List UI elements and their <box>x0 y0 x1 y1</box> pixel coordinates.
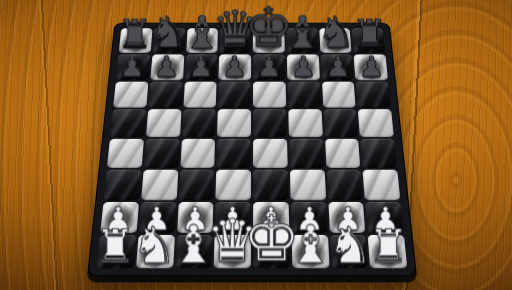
square-f3[interactable] <box>290 170 326 200</box>
square-d5[interactable] <box>217 109 251 137</box>
square-b6[interactable] <box>148 81 182 108</box>
black-rook-a8[interactable]: ♜ <box>109 17 159 53</box>
square-f6[interactable] <box>287 81 321 108</box>
square-b3[interactable] <box>141 170 178 200</box>
square-c5[interactable] <box>182 109 216 137</box>
square-d4[interactable] <box>217 139 251 168</box>
square-d6[interactable] <box>218 81 251 108</box>
square-b4[interactable] <box>143 139 179 168</box>
square-h7[interactable]: ♟ <box>354 54 388 79</box>
wood-table-background: ♜♞♝♛♚♝♞♜♟♟♟♟♟♟♟♟♟♟♟♟♟♟♟♟♜♞♝♛♚♝♞♜ <box>0 0 512 290</box>
square-f5[interactable] <box>288 109 322 137</box>
white-knight-g1[interactable]: ♞ <box>320 222 379 268</box>
square-g5[interactable] <box>323 109 358 137</box>
square-a6[interactable] <box>113 81 148 108</box>
square-g6[interactable] <box>322 81 356 108</box>
square-c6[interactable] <box>183 81 217 108</box>
square-d3[interactable] <box>216 170 251 200</box>
square-e4[interactable] <box>253 139 287 168</box>
black-rook-h8[interactable]: ♜ <box>344 17 394 53</box>
square-e6[interactable] <box>253 81 286 108</box>
square-b5[interactable] <box>146 109 181 137</box>
square-e1[interactable]: ♚ <box>253 235 290 268</box>
white-knight-b1[interactable]: ♞ <box>125 222 184 268</box>
square-h5[interactable] <box>358 109 394 137</box>
square-h6[interactable] <box>356 81 391 108</box>
square-h3[interactable] <box>363 170 401 200</box>
square-g3[interactable] <box>326 170 363 200</box>
square-a4[interactable] <box>107 139 144 168</box>
square-e5[interactable] <box>253 109 287 137</box>
board-scene: ♜♞♝♛♚♝♞♜♟♟♟♟♟♟♟♟♟♟♟♟♟♟♟♟♜♞♝♛♚♝♞♜ <box>102 0 402 288</box>
square-g4[interactable] <box>325 139 361 168</box>
square-a5[interactable] <box>110 109 146 137</box>
black-bishop-f8[interactable]: ♝ <box>277 11 327 52</box>
square-g1[interactable]: ♞ <box>330 235 369 268</box>
square-c3[interactable] <box>178 170 214 200</box>
square-a3[interactable] <box>104 170 142 200</box>
black-bishop-c8[interactable]: ♝ <box>176 11 226 52</box>
white-king-e1[interactable]: ♚ <box>242 210 301 268</box>
chess-board: ♜♞♝♛♚♝♞♜♟♟♟♟♟♟♟♟♟♟♟♟♟♟♟♟♜♞♝♛♚♝♞♜ <box>87 23 417 277</box>
square-e3[interactable] <box>253 170 288 200</box>
black-pawn-h7[interactable]: ♟ <box>346 53 397 79</box>
square-c4[interactable] <box>180 139 215 168</box>
square-b1[interactable]: ♞ <box>136 235 175 268</box>
square-h4[interactable] <box>360 139 397 168</box>
square-f4[interactable] <box>289 139 324 168</box>
